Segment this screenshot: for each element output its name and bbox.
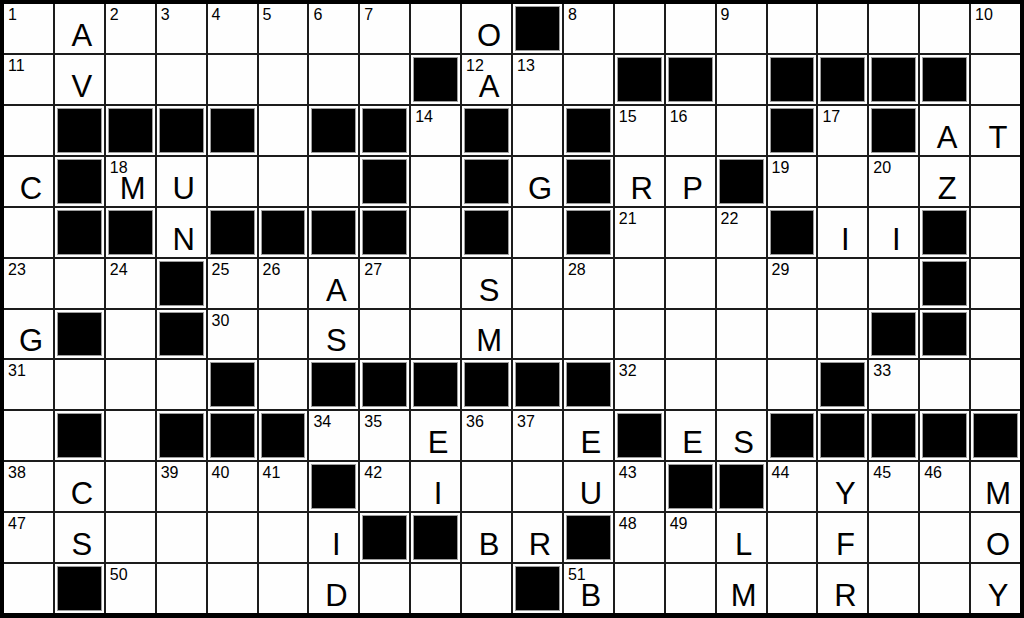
cell-r3c19[interactable]: A: [920, 106, 969, 155]
cell-r12c16[interactable]: [768, 564, 817, 613]
black-cell-r9c19: [920, 411, 969, 460]
cell-r2c5[interactable]: [208, 55, 257, 104]
cell-r7c6[interactable]: [259, 310, 308, 359]
cell-r3c14[interactable]: 16: [666, 106, 715, 155]
cell-r10c3[interactable]: [106, 462, 155, 511]
cell-r11c19[interactable]: [920, 513, 969, 562]
cell-r7c13[interactable]: [615, 310, 664, 359]
cell-r5c9[interactable]: [411, 208, 460, 257]
black-cell-r5c7: [309, 208, 358, 257]
clue-number: 12: [466, 56, 484, 75]
cell-r11c4[interactable]: [157, 513, 206, 562]
black-cell-r3c10: [462, 106, 511, 155]
cell-r10c11[interactable]: [513, 462, 562, 511]
cell-r1c18[interactable]: [869, 4, 918, 53]
cell-r4c5[interactable]: [208, 157, 257, 206]
clue-number: 48: [619, 514, 637, 533]
given-letter: M: [985, 478, 1011, 511]
cell-r6c13[interactable]: [615, 259, 664, 308]
black-cell-r8c9: [411, 360, 460, 409]
cell-r8c16[interactable]: [768, 360, 817, 409]
black-cell-r11c9: [411, 513, 460, 562]
cell-r12c8[interactable]: [360, 564, 409, 613]
black-cell-r2c14: [666, 55, 715, 104]
black-cell-r2c13: [615, 55, 664, 104]
cell-r7c8[interactable]: [360, 310, 409, 359]
clue-number: 22: [721, 209, 739, 228]
given-letter: S: [733, 427, 754, 460]
black-cell-r3c8: [360, 106, 409, 155]
cell-r11c18[interactable]: [869, 513, 918, 562]
black-cell-r9c20: [971, 411, 1020, 460]
cell-r9c10[interactable]: 36: [462, 411, 511, 460]
cell-r11c16[interactable]: [768, 513, 817, 562]
cell-r8c1[interactable]: 31: [4, 360, 53, 409]
cell-r3c17[interactable]: 17: [818, 106, 867, 155]
cell-r3c15[interactable]: [717, 106, 766, 155]
black-cell-r7c18: [869, 310, 918, 359]
given-letter: T: [989, 122, 1008, 155]
cell-r9c9[interactable]: E: [411, 411, 460, 460]
clue-number: 20: [873, 158, 891, 177]
cell-r7c11[interactable]: [513, 310, 562, 359]
cell-r6c15[interactable]: [717, 259, 766, 308]
cell-r1c20[interactable]: 10: [971, 4, 1020, 53]
cell-r1c6[interactable]: 5: [259, 4, 308, 53]
given-letter: I: [841, 224, 850, 257]
black-cell-r4c12: [564, 157, 613, 206]
given-letter: A: [937, 122, 958, 155]
cell-r10c16[interactable]: 44: [768, 462, 817, 511]
cell-r5c14[interactable]: [666, 208, 715, 257]
cell-r8c14[interactable]: [666, 360, 715, 409]
black-cell-r3c18: [869, 106, 918, 155]
cell-r6c3[interactable]: 24: [106, 259, 155, 308]
black-cell-r7c4: [157, 310, 206, 359]
cell-r6c20[interactable]: [971, 259, 1020, 308]
cell-r7c17[interactable]: [818, 310, 867, 359]
clue-number: 40: [212, 463, 230, 482]
cell-r7c14[interactable]: [666, 310, 715, 359]
cell-r5c17[interactable]: I: [818, 208, 867, 257]
cell-r5c20[interactable]: [971, 208, 1020, 257]
given-letter: M: [731, 580, 757, 613]
cell-r8c4[interactable]: [157, 360, 206, 409]
cell-r7c10[interactable]: M: [462, 310, 511, 359]
cell-r11c6[interactable]: [259, 513, 308, 562]
cell-r5c15[interactable]: 22: [717, 208, 766, 257]
clue-number: 5: [263, 5, 272, 24]
cell-r1c16[interactable]: [768, 4, 817, 53]
clue-number: 47: [8, 514, 26, 533]
cell-r7c3[interactable]: [106, 310, 155, 359]
cell-r11c3[interactable]: [106, 513, 155, 562]
cell-r2c11[interactable]: 13: [513, 55, 562, 104]
cell-r7c15[interactable]: [717, 310, 766, 359]
black-cell-r9c4: [157, 411, 206, 460]
cell-r1c8[interactable]: 7: [360, 4, 409, 53]
clue-number: 49: [670, 514, 688, 533]
cell-r11c14[interactable]: 49: [666, 513, 715, 562]
cell-r9c11[interactable]: 37: [513, 411, 562, 460]
clue-number: 29: [772, 260, 790, 279]
cell-r6c5[interactable]: 25: [208, 259, 257, 308]
cell-r3c6[interactable]: [259, 106, 308, 155]
black-cell-r9c17: [818, 411, 867, 460]
black-cell-r6c4: [157, 259, 206, 308]
cell-r6c2[interactable]: [55, 259, 104, 308]
clue-number: 7: [364, 5, 373, 24]
cell-r8c13[interactable]: 32: [615, 360, 664, 409]
cell-r9c3[interactable]: [106, 411, 155, 460]
given-letter: C: [71, 478, 93, 511]
cell-r1c14[interactable]: [666, 4, 715, 53]
cell-r5c11[interactable]: [513, 208, 562, 257]
black-cell-r4c10: [462, 157, 511, 206]
cell-r8c2[interactable]: [55, 360, 104, 409]
cell-r12c19[interactable]: [920, 564, 969, 613]
clue-number: 36: [466, 412, 484, 431]
black-cell-r5c5: [208, 208, 257, 257]
cell-r2c2[interactable]: V: [55, 55, 104, 104]
cell-r10c13[interactable]: 43: [615, 462, 664, 511]
cell-r1c5[interactable]: 4: [208, 4, 257, 53]
cell-r7c7[interactable]: S: [309, 310, 358, 359]
given-letter: U: [580, 478, 602, 511]
given-letter: P: [682, 173, 703, 206]
given-letter: I: [332, 529, 341, 562]
black-cell-r5c6: [259, 208, 308, 257]
given-letter: A: [326, 275, 347, 308]
cell-r4c19[interactable]: Z: [920, 157, 969, 206]
clue-number: 15: [619, 107, 637, 126]
clue-number: 4: [212, 5, 221, 24]
cell-r11c1[interactable]: 47: [4, 513, 53, 562]
black-cell-r8c17: [818, 360, 867, 409]
clue-number: 34: [313, 412, 331, 431]
clue-number: 11: [8, 56, 25, 75]
black-cell-r8c8: [360, 360, 409, 409]
given-letter: G: [528, 173, 552, 206]
clue-number: 46: [924, 463, 942, 482]
black-cell-r2c19: [920, 55, 969, 104]
clue-number: 16: [670, 107, 688, 126]
cell-r10c8[interactable]: 42: [360, 462, 409, 511]
cell-r2c4[interactable]: [157, 55, 206, 104]
cell-r12c20[interactable]: Y: [971, 564, 1020, 613]
cell-r12c4[interactable]: [157, 564, 206, 613]
clue-number: 10: [975, 5, 993, 24]
cell-r6c1[interactable]: 23: [4, 259, 53, 308]
cell-r2c7[interactable]: [309, 55, 358, 104]
cell-r3c20[interactable]: T: [971, 106, 1020, 155]
cell-r4c3[interactable]: 18M: [106, 157, 155, 206]
clue-number: 23: [8, 260, 26, 279]
cell-r11c5[interactable]: [208, 513, 257, 562]
clue-number: 24: [110, 260, 128, 279]
cell-r6c8[interactable]: 27: [360, 259, 409, 308]
black-cell-r9c16: [768, 411, 817, 460]
given-letter: N: [172, 224, 194, 257]
black-cell-r11c12: [564, 513, 613, 562]
cell-r1c9[interactable]: [411, 4, 460, 53]
given-letter: G: [19, 325, 43, 358]
given-letter: A: [72, 20, 93, 53]
cell-r4c14[interactable]: P: [666, 157, 715, 206]
black-cell-r9c13: [615, 411, 664, 460]
cell-r12c9[interactable]: [411, 564, 460, 613]
given-letter: S: [479, 275, 500, 308]
black-cell-r7c2: [55, 310, 104, 359]
black-cell-r2c18: [869, 55, 918, 104]
given-letter: F: [836, 529, 855, 562]
cell-r11c20[interactable]: O: [971, 513, 1020, 562]
cell-r11c7[interactable]: I: [309, 513, 358, 562]
cell-r12c13[interactable]: [615, 564, 664, 613]
cell-r11c10[interactable]: B: [462, 513, 511, 562]
cell-r2c20[interactable]: [971, 55, 1020, 104]
given-letter: C: [20, 173, 42, 206]
cell-r12c6[interactable]: [259, 564, 308, 613]
cell-r4c17[interactable]: [818, 157, 867, 206]
cell-r12c7[interactable]: D: [309, 564, 358, 613]
clue-number: 31: [8, 361, 26, 380]
clue-number: 44: [772, 463, 790, 482]
given-letter: S: [72, 529, 93, 562]
given-letter: L: [735, 529, 752, 562]
black-cell-r3c12: [564, 106, 613, 155]
clue-number: 8: [568, 5, 577, 24]
clue-number: 38: [8, 463, 26, 482]
cell-r1c15[interactable]: 9: [717, 4, 766, 53]
cell-r9c7[interactable]: 34: [309, 411, 358, 460]
clue-number: 2: [110, 5, 119, 24]
cell-r7c16[interactable]: [768, 310, 817, 359]
cell-r4c16[interactable]: 19: [768, 157, 817, 206]
given-letter: A: [479, 71, 500, 104]
given-letter: R: [631, 173, 653, 206]
black-cell-r4c15: [717, 157, 766, 206]
clue-number: 21: [619, 209, 637, 228]
clue-number: 17: [822, 107, 840, 126]
cell-r12c5[interactable]: [208, 564, 257, 613]
cell-r1c7[interactable]: 6: [309, 4, 358, 53]
black-cell-r2c17: [818, 55, 867, 104]
cell-r4c20[interactable]: [971, 157, 1020, 206]
crossword-grid: 1A234567O891011V12A1314151617ATC18MUGRP1…: [0, 0, 1024, 618]
cell-r11c13[interactable]: 48: [615, 513, 664, 562]
cell-r4c11[interactable]: G: [513, 157, 562, 206]
cell-r10c5[interactable]: 40: [208, 462, 257, 511]
cell-r10c10[interactable]: [462, 462, 511, 511]
cell-r6c12[interactable]: 28: [564, 259, 613, 308]
cell-r9c14[interactable]: E: [666, 411, 715, 460]
clue-number: 9: [721, 5, 730, 24]
black-cell-r12c2: [55, 564, 104, 613]
cell-r11c17[interactable]: F: [818, 513, 867, 562]
black-cell-r8c12: [564, 360, 613, 409]
cell-r6c17[interactable]: [818, 259, 867, 308]
black-cell-r3c3: [106, 106, 155, 155]
cell-r9c15[interactable]: S: [717, 411, 766, 460]
cell-r1c1[interactable]: 1: [4, 4, 53, 53]
cell-r3c1[interactable]: [4, 106, 53, 155]
black-cell-r8c7: [309, 360, 358, 409]
black-cell-r3c2: [55, 106, 104, 155]
cell-r12c14[interactable]: [666, 564, 715, 613]
given-letter: M: [120, 173, 146, 206]
given-letter: O: [477, 20, 501, 53]
cell-r4c4[interactable]: U: [157, 157, 206, 206]
cell-r10c17[interactable]: Y: [818, 462, 867, 511]
cell-r6c10[interactable]: S: [462, 259, 511, 308]
cell-r1c19[interactable]: [920, 4, 969, 53]
clue-number: 25: [212, 260, 230, 279]
clue-number: 3: [161, 5, 170, 24]
cell-r6c11[interactable]: [513, 259, 562, 308]
cell-r8c3[interactable]: [106, 360, 155, 409]
cell-r4c6[interactable]: [259, 157, 308, 206]
black-cell-r4c8: [360, 157, 409, 206]
clue-number: 26: [263, 260, 281, 279]
cell-r2c12[interactable]: [564, 55, 613, 104]
black-cell-r9c6: [259, 411, 308, 460]
clue-number: 32: [619, 361, 637, 380]
cell-r8c6[interactable]: [259, 360, 308, 409]
cell-r12c3[interactable]: 50: [106, 564, 155, 613]
cell-r4c18[interactable]: 20: [869, 157, 918, 206]
black-cell-r5c2: [55, 208, 104, 257]
cell-r7c5[interactable]: 30: [208, 310, 257, 359]
cell-r8c20[interactable]: [971, 360, 1020, 409]
cell-r12c17[interactable]: R: [818, 564, 867, 613]
cell-r12c15[interactable]: M: [717, 564, 766, 613]
cell-r1c17[interactable]: [818, 4, 867, 53]
given-letter: U: [172, 173, 194, 206]
given-letter: V: [72, 71, 93, 104]
cell-r6c6[interactable]: 26: [259, 259, 308, 308]
given-letter: D: [325, 580, 347, 613]
cell-r11c11[interactable]: R: [513, 513, 562, 562]
cell-r5c1[interactable]: [4, 208, 53, 257]
cell-r1c2[interactable]: A: [55, 4, 104, 53]
clue-number: 19: [772, 158, 790, 177]
cell-r11c2[interactable]: S: [55, 513, 104, 562]
cell-r2c15[interactable]: [717, 55, 766, 104]
black-cell-r2c9: [411, 55, 460, 104]
cell-r9c1[interactable]: [4, 411, 53, 460]
black-cell-r3c5: [208, 106, 257, 155]
cell-r9c8[interactable]: 35: [360, 411, 409, 460]
clue-number: 1: [8, 5, 17, 24]
cell-r7c12[interactable]: [564, 310, 613, 359]
black-cell-r4c2: [55, 157, 104, 206]
cell-r2c1[interactable]: 11: [4, 55, 53, 104]
black-cell-r7c19: [920, 310, 969, 359]
cell-r7c20[interactable]: [971, 310, 1020, 359]
cell-r1c3[interactable]: 2: [106, 4, 155, 53]
clue-number: 41: [263, 463, 281, 482]
cell-r1c13[interactable]: [615, 4, 664, 53]
cell-r8c18[interactable]: 33: [869, 360, 918, 409]
clue-number: 35: [364, 412, 382, 431]
black-cell-r9c5: [208, 411, 257, 460]
given-letter: M: [476, 325, 502, 358]
cell-r12c1[interactable]: [4, 564, 53, 613]
cell-r5c4[interactable]: N: [157, 208, 206, 257]
cell-r10c18[interactable]: 45: [869, 462, 918, 511]
cell-r6c9[interactable]: [411, 259, 460, 308]
cell-r1c10[interactable]: O: [462, 4, 511, 53]
cell-r3c11[interactable]: [513, 106, 562, 155]
black-cell-r2c16: [768, 55, 817, 104]
cell-r3c13[interactable]: 15: [615, 106, 664, 155]
cell-r10c19[interactable]: 46: [920, 462, 969, 511]
cell-r5c13[interactable]: 21: [615, 208, 664, 257]
cell-r2c6[interactable]: [259, 55, 308, 104]
cell-r1c12[interactable]: 8: [564, 4, 613, 53]
cell-r10c9[interactable]: I: [411, 462, 460, 511]
cell-r7c1[interactable]: G: [4, 310, 53, 359]
cell-r11c15[interactable]: L: [717, 513, 766, 562]
cell-r10c20[interactable]: M: [971, 462, 1020, 511]
cell-r12c18[interactable]: [869, 564, 918, 613]
cell-r12c10[interactable]: [462, 564, 511, 613]
cell-r6c16[interactable]: 29: [768, 259, 817, 308]
cell-r9c12[interactable]: E: [564, 411, 613, 460]
cell-r10c12[interactable]: U: [564, 462, 613, 511]
clue-number: 6: [313, 5, 322, 24]
black-cell-r5c19: [920, 208, 969, 257]
given-letter: I: [892, 224, 901, 257]
cell-r4c1[interactable]: C: [4, 157, 53, 206]
given-letter: Y: [988, 580, 1009, 613]
cell-r12c12[interactable]: 51B: [564, 564, 613, 613]
black-cell-r5c12: [564, 208, 613, 257]
cell-r1c4[interactable]: 3: [157, 4, 206, 53]
cell-r3c9[interactable]: 14: [411, 106, 460, 155]
cell-r2c10[interactable]: 12A: [462, 55, 511, 104]
clue-number: 27: [364, 260, 382, 279]
given-letter: Y: [835, 478, 856, 511]
cell-r6c7[interactable]: A: [309, 259, 358, 308]
cell-r10c4[interactable]: 39: [157, 462, 206, 511]
black-cell-r8c5: [208, 360, 257, 409]
cell-r8c15[interactable]: [717, 360, 766, 409]
given-letter: Z: [938, 173, 957, 206]
cell-r2c8[interactable]: [360, 55, 409, 104]
cell-r2c3[interactable]: [106, 55, 155, 104]
cell-r6c14[interactable]: [666, 259, 715, 308]
cell-r10c6[interactable]: 41: [259, 462, 308, 511]
cell-r10c2[interactable]: C: [55, 462, 104, 511]
black-cell-r3c7: [309, 106, 358, 155]
cell-r5c18[interactable]: I: [869, 208, 918, 257]
cell-r7c9[interactable]: [411, 310, 460, 359]
cell-r4c7[interactable]: [309, 157, 358, 206]
clue-number: 14: [415, 107, 433, 126]
cell-r4c9[interactable]: [411, 157, 460, 206]
cell-r10c1[interactable]: 38: [4, 462, 53, 511]
cell-r4c13[interactable]: R: [615, 157, 664, 206]
given-letter: R: [834, 580, 856, 613]
black-cell-r3c4: [157, 106, 206, 155]
black-cell-r5c10: [462, 208, 511, 257]
black-cell-r12c11: [513, 564, 562, 613]
cell-r8c19[interactable]: [920, 360, 969, 409]
cell-r6c18[interactable]: [869, 259, 918, 308]
black-cell-r10c15: [717, 462, 766, 511]
